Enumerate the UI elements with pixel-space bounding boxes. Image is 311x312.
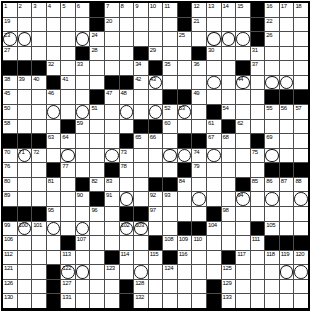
cell-r7c9[interactable] bbox=[134, 105, 148, 119]
cell-r4c9[interactable]: 34 bbox=[134, 61, 148, 75]
cell-r14c16[interactable] bbox=[236, 207, 250, 221]
cell-r2c7[interactable] bbox=[105, 32, 119, 46]
cell-r20c16[interactable] bbox=[236, 294, 250, 308]
cell-r13c1[interactable] bbox=[18, 192, 32, 206]
cell-r15c5[interactable] bbox=[76, 222, 90, 236]
cell-r10c7[interactable] bbox=[105, 149, 119, 163]
cell-r13c14[interactable] bbox=[207, 192, 221, 206]
cell-r17c16[interactable]: 117 bbox=[236, 251, 250, 265]
cell-r20c20[interactable] bbox=[294, 294, 308, 308]
cell-r18c12[interactable] bbox=[178, 265, 192, 279]
cell-r8c2[interactable] bbox=[32, 120, 46, 134]
cell-r12c4[interactable] bbox=[61, 178, 75, 192]
cell-r3c20[interactable] bbox=[294, 47, 308, 61]
cell-r17c18[interactable]: 118 bbox=[265, 251, 279, 265]
cell-r20c1[interactable] bbox=[18, 294, 32, 308]
cell-r18c9[interactable] bbox=[134, 265, 148, 279]
cell-r12c19[interactable]: 87 bbox=[280, 178, 294, 192]
cell-r3c17[interactable]: 31 bbox=[251, 47, 265, 61]
cell-r10c15[interactable] bbox=[222, 149, 236, 163]
cell-r17c12[interactable]: 116 bbox=[178, 251, 192, 265]
cell-r4c11[interactable]: 35 bbox=[163, 61, 177, 75]
cell-r20c15[interactable]: 133 bbox=[222, 294, 236, 308]
cell-r9c9[interactable]: 65 bbox=[134, 134, 148, 148]
cell-r3c4[interactable] bbox=[61, 47, 75, 61]
cell-r19c15[interactable]: 129 bbox=[222, 280, 236, 294]
cell-r8c1[interactable] bbox=[18, 120, 32, 134]
cell-r2c18[interactable]: 26 bbox=[265, 32, 279, 46]
cell-r14c19[interactable] bbox=[280, 207, 294, 221]
cell-r11c17[interactable] bbox=[251, 163, 265, 177]
cell-r13c16[interactable]: 94 bbox=[236, 192, 250, 206]
cell-r14c10[interactable]: 97 bbox=[149, 207, 163, 221]
cell-r18c20[interactable] bbox=[294, 265, 308, 279]
cell-r0c7[interactable]: 7 bbox=[105, 3, 119, 17]
cell-r17c5[interactable] bbox=[76, 251, 90, 265]
cell-r17c2[interactable] bbox=[32, 251, 46, 265]
cell-r0c14[interactable]: 13 bbox=[207, 3, 221, 17]
cell-r12c17[interactable]: 85 bbox=[251, 178, 265, 192]
cell-r1c9[interactable] bbox=[134, 18, 148, 32]
cell-r5c19[interactable] bbox=[280, 76, 294, 90]
cell-r15c19[interactable] bbox=[280, 222, 294, 236]
cell-r20c10[interactable] bbox=[149, 294, 163, 308]
cell-r9c5[interactable] bbox=[76, 134, 90, 148]
cell-r12c13[interactable] bbox=[192, 178, 206, 192]
cell-r8c13[interactable] bbox=[192, 120, 206, 134]
cell-r19c18[interactable] bbox=[265, 280, 279, 294]
cell-r14c4[interactable] bbox=[61, 207, 75, 221]
cell-r10c1[interactable]: 71 bbox=[18, 149, 32, 163]
cell-r7c15[interactable]: 54 bbox=[222, 105, 236, 119]
cell-r16c3[interactable] bbox=[47, 236, 61, 250]
cell-r12c7[interactable]: 83 bbox=[105, 178, 119, 192]
cell-r3c14[interactable]: 30 bbox=[207, 47, 221, 61]
cell-r11c5[interactable] bbox=[76, 163, 90, 177]
cell-r6c2[interactable] bbox=[32, 90, 46, 104]
cell-r6c10[interactable] bbox=[149, 90, 163, 104]
cell-r14c15[interactable]: 98 bbox=[222, 207, 236, 221]
cell-r15c10[interactable] bbox=[149, 222, 163, 236]
cell-r7c5[interactable] bbox=[76, 105, 90, 119]
cell-r0c2[interactable]: 3 bbox=[32, 3, 46, 17]
cell-r13c7[interactable]: 91 bbox=[105, 192, 119, 206]
cell-r20c19[interactable] bbox=[280, 294, 294, 308]
cell-r1c1[interactable] bbox=[18, 18, 32, 32]
cell-r19c20[interactable] bbox=[294, 280, 308, 294]
cell-r14c11[interactable] bbox=[163, 207, 177, 221]
cell-r7c16[interactable] bbox=[236, 105, 250, 119]
cell-r19c10[interactable] bbox=[149, 280, 163, 294]
cell-r20c4[interactable]: 131 bbox=[61, 294, 75, 308]
cell-r5c5[interactable] bbox=[76, 76, 90, 90]
cell-r11c1[interactable] bbox=[18, 163, 32, 177]
cell-r11c11[interactable] bbox=[163, 163, 177, 177]
cell-r11c13[interactable]: 79 bbox=[192, 163, 206, 177]
cell-r14c12[interactable] bbox=[178, 207, 192, 221]
cell-r18c13[interactable] bbox=[192, 265, 206, 279]
cell-r15c9[interactable]: 103 bbox=[134, 222, 148, 236]
cell-r9c20[interactable] bbox=[294, 134, 308, 148]
cell-r5c18[interactable] bbox=[265, 76, 279, 90]
cell-r15c11[interactable] bbox=[163, 222, 177, 236]
cell-r10c3[interactable] bbox=[47, 149, 61, 163]
cell-r7c3[interactable] bbox=[47, 105, 61, 119]
cell-r20c0[interactable]: 130 bbox=[3, 294, 17, 308]
cell-r2c15[interactable] bbox=[222, 32, 236, 46]
cell-r1c11[interactable] bbox=[163, 18, 177, 32]
cell-r6c0[interactable]: 45 bbox=[3, 90, 17, 104]
cell-r17c3[interactable] bbox=[47, 251, 61, 265]
cell-r1c0[interactable]: 19 bbox=[3, 18, 17, 32]
cell-r1c18[interactable]: 22 bbox=[265, 18, 279, 32]
cell-r15c8[interactable]: 102 bbox=[120, 222, 134, 236]
cell-r2c8[interactable] bbox=[120, 32, 134, 46]
cell-r1c10[interactable] bbox=[149, 18, 163, 32]
cell-r18c17[interactable] bbox=[251, 265, 265, 279]
cell-r13c9[interactable] bbox=[134, 192, 148, 206]
cell-r1c16[interactable] bbox=[236, 18, 250, 32]
cell-r9c6[interactable] bbox=[90, 134, 104, 148]
cell-r5c4[interactable]: 41 bbox=[61, 76, 75, 90]
cell-r12c18[interactable]: 86 bbox=[265, 178, 279, 192]
cell-r6c17[interactable] bbox=[251, 90, 265, 104]
cell-r1c7[interactable]: 20 bbox=[105, 18, 119, 32]
cell-r4c6[interactable] bbox=[90, 61, 104, 75]
cell-r0c18[interactable]: 16 bbox=[265, 3, 279, 17]
cell-r8c12[interactable] bbox=[178, 120, 192, 134]
cell-r8c5[interactable]: 59 bbox=[76, 120, 90, 134]
cell-r16c16[interactable] bbox=[236, 236, 250, 250]
cell-r11c14[interactable] bbox=[207, 163, 221, 177]
cell-r20c12[interactable] bbox=[178, 294, 192, 308]
cell-r12c14[interactable] bbox=[207, 178, 221, 192]
cell-r8c11[interactable]: 60 bbox=[163, 120, 177, 134]
cell-r2c16[interactable] bbox=[236, 32, 250, 46]
cell-r6c7[interactable]: 47 bbox=[105, 90, 119, 104]
cell-r10c10[interactable] bbox=[149, 149, 163, 163]
cell-r8c19[interactable] bbox=[280, 120, 294, 134]
cell-r4c18[interactable] bbox=[265, 61, 279, 75]
cell-r16c9[interactable] bbox=[134, 236, 148, 250]
cell-r17c4[interactable]: 113 bbox=[61, 251, 75, 265]
cell-r11c9[interactable] bbox=[134, 163, 148, 177]
cell-r18c16[interactable] bbox=[236, 265, 250, 279]
cell-r2c14[interactable] bbox=[207, 32, 221, 46]
cell-r16c1[interactable] bbox=[18, 236, 32, 250]
cell-r3c8[interactable] bbox=[120, 47, 134, 61]
cell-r2c0[interactable]: 23 bbox=[3, 32, 17, 46]
cell-r15c6[interactable] bbox=[90, 222, 104, 236]
cell-r0c16[interactable]: 15 bbox=[236, 3, 250, 17]
cell-r11c6[interactable] bbox=[90, 163, 104, 177]
cell-r6c9[interactable] bbox=[134, 90, 148, 104]
cell-r0c3[interactable]: 4 bbox=[47, 3, 61, 17]
cell-r11c16[interactable] bbox=[236, 163, 250, 177]
cell-r15c4[interactable] bbox=[61, 222, 75, 236]
cell-r12c1[interactable] bbox=[18, 178, 32, 192]
cell-r0c9[interactable]: 9 bbox=[134, 3, 148, 17]
cell-r16c17[interactable]: 111 bbox=[251, 236, 265, 250]
cell-r17c13[interactable] bbox=[192, 251, 206, 265]
cell-r2c9[interactable] bbox=[134, 32, 148, 46]
cell-r10c6[interactable] bbox=[90, 149, 104, 163]
cell-r0c1[interactable]: 2 bbox=[18, 3, 32, 17]
cell-r16c6[interactable] bbox=[90, 236, 104, 250]
cell-r3c16[interactable] bbox=[236, 47, 250, 61]
cell-r3c19[interactable] bbox=[280, 47, 294, 61]
cell-r1c8[interactable] bbox=[120, 18, 134, 32]
cell-r1c3[interactable] bbox=[47, 18, 61, 32]
cell-r18c5[interactable] bbox=[76, 265, 90, 279]
cell-r4c5[interactable]: 33 bbox=[76, 61, 90, 75]
cell-r7c17[interactable] bbox=[251, 105, 265, 119]
cell-r4c8[interactable] bbox=[120, 61, 134, 75]
cell-r11c4[interactable]: 77 bbox=[61, 163, 75, 177]
cell-r9c11[interactable] bbox=[163, 134, 177, 148]
cell-r18c6[interactable] bbox=[90, 265, 104, 279]
cell-r8c6[interactable] bbox=[90, 120, 104, 134]
cell-r18c4[interactable]: 122 bbox=[61, 265, 75, 279]
cell-r10c8[interactable]: 73 bbox=[120, 149, 134, 163]
cell-r1c15[interactable] bbox=[222, 18, 236, 32]
cell-r4c20[interactable] bbox=[294, 61, 308, 75]
cell-r19c7[interactable] bbox=[105, 280, 119, 294]
cell-r9c4[interactable]: 64 bbox=[61, 134, 75, 148]
cell-r9c7[interactable] bbox=[105, 134, 119, 148]
cell-r8c14[interactable]: 61 bbox=[207, 120, 221, 134]
cell-r5c11[interactable] bbox=[163, 76, 177, 90]
cell-r17c0[interactable]: 112 bbox=[3, 251, 17, 265]
cell-r20c7[interactable] bbox=[105, 294, 119, 308]
cell-r5c2[interactable]: 40 bbox=[32, 76, 46, 90]
cell-r9c16[interactable] bbox=[236, 134, 250, 148]
cell-r14c3[interactable]: 95 bbox=[47, 207, 61, 221]
cell-r0c5[interactable]: 6 bbox=[76, 3, 90, 17]
cell-r3c0[interactable]: 27 bbox=[3, 47, 17, 61]
cell-r19c17[interactable] bbox=[251, 280, 265, 294]
cell-r17c14[interactable] bbox=[207, 251, 221, 265]
cell-r3c11[interactable] bbox=[163, 47, 177, 61]
cell-r16c15[interactable] bbox=[222, 236, 236, 250]
cell-r19c13[interactable] bbox=[192, 280, 206, 294]
cell-r15c14[interactable]: 104 bbox=[207, 222, 221, 236]
cell-r16c12[interactable]: 109 bbox=[178, 236, 192, 250]
cell-r5c12[interactable] bbox=[178, 76, 192, 90]
cell-r5c17[interactable] bbox=[251, 76, 265, 90]
cell-r15c1[interactable]: 100 bbox=[18, 222, 32, 236]
cell-r6c1[interactable] bbox=[18, 90, 32, 104]
cell-r19c9[interactable]: 128 bbox=[134, 280, 148, 294]
cell-r12c2[interactable] bbox=[32, 178, 46, 192]
cell-r13c10[interactable]: 92 bbox=[149, 192, 163, 206]
cell-r18c14[interactable] bbox=[207, 265, 221, 279]
cell-r7c11[interactable]: 52 bbox=[163, 105, 177, 119]
cell-r0c19[interactable]: 17 bbox=[280, 3, 294, 17]
cell-r19c16[interactable] bbox=[236, 280, 250, 294]
cell-r13c17[interactable] bbox=[251, 192, 265, 206]
cell-r1c13[interactable]: 21 bbox=[192, 18, 206, 32]
cell-r9c3[interactable]: 63 bbox=[47, 134, 61, 148]
cell-r11c8[interactable]: 78 bbox=[120, 163, 134, 177]
cell-r3c6[interactable]: 28 bbox=[90, 47, 104, 61]
cell-r7c0[interactable]: 50 bbox=[3, 105, 17, 119]
cell-r10c20[interactable] bbox=[294, 149, 308, 163]
cell-r20c9[interactable]: 132 bbox=[134, 294, 148, 308]
cell-r7c20[interactable]: 57 bbox=[294, 105, 308, 119]
cell-r16c2[interactable] bbox=[32, 236, 46, 250]
cell-r18c19[interactable] bbox=[280, 265, 294, 279]
cell-r15c2[interactable]: 101 bbox=[32, 222, 46, 236]
cell-r16c5[interactable]: 107 bbox=[76, 236, 90, 250]
cell-r20c6[interactable] bbox=[90, 294, 104, 308]
cell-r3c7[interactable] bbox=[105, 47, 119, 61]
cell-r19c4[interactable]: 127 bbox=[61, 280, 75, 294]
cell-r2c6[interactable]: 24 bbox=[90, 32, 104, 46]
cell-r18c10[interactable] bbox=[149, 265, 163, 279]
cell-r4c19[interactable] bbox=[280, 61, 294, 75]
cell-r8c17[interactable] bbox=[251, 120, 265, 134]
cell-r12c3[interactable]: 81 bbox=[47, 178, 61, 192]
cell-r5c9[interactable]: 42 bbox=[134, 76, 148, 90]
cell-r5c0[interactable]: 38 bbox=[3, 76, 17, 90]
cell-r5c1[interactable]: 39 bbox=[18, 76, 32, 90]
cell-r20c5[interactable] bbox=[76, 294, 90, 308]
cell-r3c1[interactable] bbox=[18, 47, 32, 61]
cell-r20c17[interactable] bbox=[251, 294, 265, 308]
cell-r6c16[interactable] bbox=[236, 90, 250, 104]
cell-r1c4[interactable] bbox=[61, 18, 75, 32]
cell-r17c19[interactable]: 119 bbox=[280, 251, 294, 265]
cell-r9c14[interactable]: 67 bbox=[207, 134, 221, 148]
cell-r19c0[interactable]: 126 bbox=[3, 280, 17, 294]
cell-r7c19[interactable]: 56 bbox=[280, 105, 294, 119]
cell-r6c5[interactable] bbox=[76, 90, 90, 104]
cell-r13c3[interactable] bbox=[47, 192, 61, 206]
cell-r15c20[interactable] bbox=[294, 222, 308, 236]
cell-r0c20[interactable]: 18 bbox=[294, 3, 308, 17]
cell-r1c5[interactable] bbox=[76, 18, 90, 32]
cell-r5c13[interactable] bbox=[192, 76, 206, 90]
cell-r2c10[interactable] bbox=[149, 32, 163, 46]
cell-r10c0[interactable]: 70 bbox=[3, 149, 17, 163]
cell-r6c8[interactable]: 48 bbox=[120, 90, 134, 104]
cell-r4c14[interactable] bbox=[207, 61, 221, 75]
cell-r4c13[interactable]: 36 bbox=[192, 61, 206, 75]
cell-r2c13[interactable] bbox=[192, 32, 206, 46]
cell-r9c15[interactable]: 68 bbox=[222, 134, 236, 148]
cell-r7c4[interactable] bbox=[61, 105, 75, 119]
cell-r1c19[interactable] bbox=[280, 18, 294, 32]
cell-r17c17[interactable] bbox=[251, 251, 265, 265]
cell-r13c0[interactable]: 89 bbox=[3, 192, 17, 206]
cell-r9c18[interactable]: 69 bbox=[265, 134, 279, 148]
cell-r18c8[interactable] bbox=[120, 265, 134, 279]
cell-r14c13[interactable] bbox=[192, 207, 206, 221]
cell-r12c20[interactable]: 88 bbox=[294, 178, 308, 192]
cell-r10c14[interactable] bbox=[207, 149, 221, 163]
cell-r16c8[interactable] bbox=[120, 236, 134, 250]
cell-r13c5[interactable]: 90 bbox=[76, 192, 90, 206]
cell-r14c7[interactable] bbox=[105, 207, 119, 221]
cell-r8c8[interactable] bbox=[120, 120, 134, 134]
cell-r2c1[interactable] bbox=[18, 32, 32, 46]
cell-r2c5[interactable] bbox=[76, 32, 90, 46]
cell-r14c18[interactable] bbox=[265, 207, 279, 221]
cell-r10c18[interactable] bbox=[265, 149, 279, 163]
cell-r13c13[interactable] bbox=[192, 192, 206, 206]
cell-r8c20[interactable] bbox=[294, 120, 308, 134]
cell-r13c20[interactable] bbox=[294, 192, 308, 206]
cell-r16c11[interactable]: 108 bbox=[163, 236, 177, 250]
cell-r5c10[interactable]: 43 bbox=[149, 76, 163, 90]
cell-r7c13[interactable] bbox=[192, 105, 206, 119]
cell-r3c18[interactable] bbox=[265, 47, 279, 61]
cell-r19c1[interactable] bbox=[18, 280, 32, 294]
cell-r6c3[interactable]: 46 bbox=[47, 90, 61, 104]
cell-r5c14[interactable] bbox=[207, 76, 221, 90]
cell-r5c16[interactable]: 44 bbox=[236, 76, 250, 90]
cell-r7c7[interactable] bbox=[105, 105, 119, 119]
cell-r8c16[interactable]: 62 bbox=[236, 120, 250, 134]
cell-r8c0[interactable]: 58 bbox=[3, 120, 17, 134]
cell-r12c8[interactable] bbox=[120, 178, 134, 192]
cell-r6c13[interactable]: 49 bbox=[192, 90, 206, 104]
cell-r20c11[interactable] bbox=[163, 294, 177, 308]
cell-r5c6[interactable] bbox=[90, 76, 104, 90]
cell-r19c12[interactable] bbox=[178, 280, 192, 294]
cell-r12c6[interactable]: 82 bbox=[90, 178, 104, 192]
cell-r10c19[interactable] bbox=[280, 149, 294, 163]
cell-r11c2[interactable] bbox=[32, 163, 46, 177]
cell-r10c4[interactable] bbox=[61, 149, 75, 163]
cell-r2c2[interactable] bbox=[32, 32, 46, 46]
cell-r13c4[interactable] bbox=[61, 192, 75, 206]
cell-r10c2[interactable]: 72 bbox=[32, 149, 46, 163]
cell-r14c20[interactable] bbox=[294, 207, 308, 221]
cell-r12c12[interactable]: 84 bbox=[178, 178, 192, 192]
cell-r8c3[interactable] bbox=[47, 120, 61, 134]
cell-r6c4[interactable] bbox=[61, 90, 75, 104]
cell-r7c12[interactable]: 53 bbox=[178, 105, 192, 119]
cell-r0c11[interactable]: 11 bbox=[163, 3, 177, 17]
cell-r10c16[interactable] bbox=[236, 149, 250, 163]
cell-r2c19[interactable] bbox=[280, 32, 294, 46]
cell-r3c3[interactable] bbox=[47, 47, 61, 61]
cell-r5c15[interactable] bbox=[222, 76, 236, 90]
cell-r7c6[interactable]: 51 bbox=[90, 105, 104, 119]
cell-r10c12[interactable] bbox=[178, 149, 192, 163]
cell-r0c4[interactable]: 5 bbox=[61, 3, 75, 17]
cell-r12c15[interactable] bbox=[222, 178, 236, 192]
cell-r12c0[interactable]: 80 bbox=[3, 178, 17, 192]
cell-r16c13[interactable]: 110 bbox=[192, 236, 206, 250]
cell-r13c18[interactable] bbox=[265, 192, 279, 206]
cell-r0c10[interactable]: 10 bbox=[149, 3, 163, 17]
cell-r4c15[interactable] bbox=[222, 61, 236, 75]
cell-r8c7[interactable] bbox=[105, 120, 119, 134]
cell-r0c0[interactable]: 1 bbox=[3, 3, 17, 17]
cell-r11c15[interactable] bbox=[222, 163, 236, 177]
cell-r4c17[interactable]: 37 bbox=[251, 61, 265, 75]
cell-r16c0[interactable]: 106 bbox=[3, 236, 17, 250]
cell-r13c11[interactable]: 93 bbox=[163, 192, 177, 206]
cell-r11c10[interactable] bbox=[149, 163, 163, 177]
cell-r3c2[interactable] bbox=[32, 47, 46, 61]
cell-r2c3[interactable] bbox=[47, 32, 61, 46]
cell-r9c10[interactable]: 66 bbox=[149, 134, 163, 148]
cell-r1c14[interactable] bbox=[207, 18, 221, 32]
